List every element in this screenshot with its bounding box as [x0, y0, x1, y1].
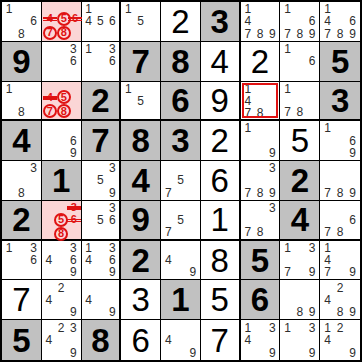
circled-candidate-5: 5 — [57, 90, 71, 104]
pencil-mark-6: 6 — [30, 254, 37, 266]
cell-r4c7[interactable]: 19 — [241, 121, 281, 161]
mark-slot: 3 — [306, 321, 318, 334]
cell-r6c9[interactable]: 678 — [320, 201, 360, 241]
pencil-mark-8: 8 — [257, 107, 264, 119]
cell-r9c2[interactable]: 2349 — [42, 320, 82, 360]
pencil-marks: 14789 — [242, 3, 279, 40]
pencil-mark-4: 4 — [46, 294, 53, 306]
pencil-mark-1: 1 — [244, 322, 251, 334]
pencil-marks: 15 — [122, 83, 159, 119]
pencil-mark-8: 8 — [296, 106, 303, 118]
cell-r7c9[interactable]: 1479 — [320, 241, 360, 281]
pencil-mark-4: 4 — [324, 334, 331, 346]
mark-slot: 3 — [106, 162, 118, 174]
mark-slot: 9 — [67, 147, 79, 159]
pencil-mark-1: 1 — [85, 3, 92, 15]
cell-r8c6[interactable]: 5 — [201, 280, 241, 320]
pencil-mark-7: 7 — [324, 266, 331, 278]
struck-candidate-6: 6 — [70, 214, 78, 225]
cell-r3c8[interactable]: 178 — [280, 82, 320, 122]
mark-slot: 9 — [266, 147, 278, 159]
cell-r2c1[interactable]: 9 — [2, 42, 42, 82]
pencil-mark-1: 1 — [284, 43, 291, 55]
cell-r4c6[interactable]: 2 — [201, 121, 241, 161]
mark-slot: 9 — [106, 187, 118, 199]
pencil-mark-7: 7 — [244, 187, 251, 199]
mark-slot: 2 — [334, 281, 347, 293]
mark-slot: 1 — [83, 43, 95, 55]
mark-slot: 9 — [346, 346, 359, 359]
given-digit: 2 — [91, 84, 109, 117]
mark-slot: 9 — [346, 187, 359, 199]
cell-r7c7[interactable]: 5 — [241, 241, 281, 281]
pencil-mark-2: 2 — [58, 282, 65, 294]
pencil-mark-8: 8 — [337, 306, 344, 318]
mark-slot: 8 — [294, 28, 306, 40]
cell-r4c8[interactable]: 5 — [280, 121, 320, 161]
pencil-mark-1: 1 — [85, 43, 92, 55]
pencil-marks: 3658 — [43, 202, 80, 238]
cell-r7c4[interactable]: 2 — [121, 241, 161, 281]
cell-r9c6[interactable]: 7 — [201, 320, 241, 360]
mark-slot: 5 — [174, 214, 186, 226]
pencil-mark-8: 8 — [18, 106, 25, 118]
given-digit: 4 — [12, 124, 30, 157]
pencil-marks: 249 — [43, 281, 80, 318]
pencil-marks: 136 — [3, 242, 40, 279]
pencil-marks: 1249 — [321, 321, 359, 359]
pencil-mark-6: 6 — [70, 55, 77, 67]
pencil-marks: 378 — [242, 202, 279, 238]
cell-r9c8[interactable]: 139 — [280, 320, 320, 360]
pencil-mark-8: 8 — [257, 187, 264, 199]
pencil-mark-7: 7 — [284, 106, 291, 118]
mark-slot: 4 — [321, 334, 334, 347]
pencil-mark-4: 4 — [46, 254, 53, 266]
mark-slot: 1 — [242, 321, 254, 334]
pencil-mark-9: 9 — [70, 306, 77, 318]
cell-r2c9[interactable]: 5 — [320, 42, 360, 82]
pencil-marks: 4578 — [43, 83, 80, 119]
cell-r9c4[interactable]: 6 — [121, 320, 161, 360]
cell-r5c1[interactable]: 38 — [2, 161, 42, 201]
cell-r9c7[interactable]: 1349 — [241, 320, 281, 360]
solved-digit: 2 — [171, 5, 189, 38]
given-digit: 2 — [132, 244, 150, 277]
mark-slot: 7 — [242, 28, 254, 40]
cell-r4c2[interactable]: 69 — [42, 121, 82, 161]
pencil-mark-7: 7 — [165, 187, 172, 199]
cell-r5c5[interactable]: 57 — [161, 161, 201, 201]
cell-r1c9[interactable]: 146789 — [320, 2, 360, 42]
pencil-mark-6: 6 — [349, 135, 356, 147]
mark-slot: 5 — [135, 95, 147, 107]
mark-slot: 1 — [281, 242, 293, 254]
circled-candidate-8: 8 — [57, 26, 71, 40]
given-digit: 6 — [251, 283, 269, 316]
pencil-mark-8: 8 — [337, 226, 344, 238]
cell-r3c7[interactable]: 1478 — [241, 82, 281, 122]
mark-slot: 3 — [67, 321, 79, 334]
cell-r4c5[interactable]: 3 — [161, 121, 201, 161]
mark-slot: 4 — [83, 15, 95, 27]
given-digit: 3 — [331, 84, 349, 117]
cell-r8c8[interactable]: 89 — [280, 280, 320, 320]
cell-r7c2[interactable]: 3469 — [42, 241, 82, 281]
pencil-mark-1: 1 — [284, 83, 291, 95]
pencil-marks: 1478 — [242, 83, 279, 119]
cell-r5c3[interactable]: 359 — [82, 161, 122, 201]
mark-slot: 7 — [43, 104, 57, 118]
pencil-mark-3: 3 — [269, 162, 276, 174]
pencil-mark-4: 4 — [85, 254, 92, 266]
cell-r3c1[interactable]: 18 — [2, 82, 42, 122]
given-digit: 7 — [132, 45, 150, 78]
solved-digit: 4 — [211, 45, 229, 78]
mark-slot: 6 — [68, 213, 79, 227]
mark-slot: 9 — [187, 346, 199, 359]
struck-candidate-4: 4 — [46, 13, 54, 24]
pencil-marks: 49 — [83, 281, 119, 318]
circled-candidate-8: 8 — [54, 227, 68, 241]
mark-slot: 6 — [306, 55, 318, 67]
solved-digit: 1 — [211, 203, 229, 236]
pencil-mark-4: 4 — [165, 254, 172, 266]
cell-r2c5[interactable]: 8 — [161, 42, 201, 82]
pencil-mark-9: 9 — [269, 147, 276, 159]
mark-slot: 7 — [162, 226, 174, 238]
pencil-mark-4: 4 — [324, 15, 331, 27]
pencil-mark-4: 4 — [244, 334, 251, 346]
solved-digit: 5 — [211, 283, 229, 316]
pencil-mark-4: 4 — [85, 15, 92, 27]
mark-slot: 6 — [106, 55, 118, 67]
pencil-mark-8: 8 — [337, 187, 344, 199]
cell-r1c1[interactable]: 168 — [2, 2, 42, 42]
pencil-marks: 18 — [3, 83, 40, 119]
mark-slot: 7 — [43, 26, 57, 40]
pencil-mark-1: 1 — [284, 3, 291, 15]
cell-r9c3[interactable]: 8 — [82, 320, 122, 360]
cell-r9c9[interactable]: 1249 — [320, 320, 360, 360]
mark-slot: 7 — [321, 187, 334, 199]
pencil-mark-3: 3 — [309, 242, 316, 254]
cell-r3c9[interactable]: 3 — [320, 82, 360, 122]
given-digit: 8 — [91, 324, 109, 357]
pencil-mark-5: 5 — [177, 174, 184, 186]
struck-candidate-4: 4 — [46, 92, 54, 103]
pencil-mark-7: 7 — [244, 107, 251, 119]
pencil-mark-6: 6 — [109, 55, 116, 67]
pencil-mark-1: 1 — [284, 322, 291, 334]
mark-slot: 7 — [281, 28, 293, 40]
pencil-mark-2: 2 — [337, 282, 344, 294]
cell-r4c9[interactable]: 169 — [320, 121, 360, 161]
mark-slot: 8 — [334, 28, 347, 40]
mark-slot: 7 — [281, 266, 293, 278]
cell-r1c2[interactable]: 46578 — [42, 2, 82, 42]
pencil-mark-9: 9 — [349, 28, 356, 40]
cell-r7c5[interactable]: 49 — [161, 241, 201, 281]
cell-r8c9[interactable]: 2489 — [320, 280, 360, 320]
mark-slot: 6 — [346, 214, 359, 226]
cell-r2c6[interactable]: 4 — [201, 42, 241, 82]
cell-r3c3[interactable]: 2 — [82, 82, 122, 122]
mark-slot: 9 — [187, 266, 199, 278]
pencil-mark-3: 3 — [269, 322, 276, 334]
pencil-mark-1: 1 — [6, 83, 13, 95]
cell-r1c4[interactable]: 15 — [121, 2, 161, 42]
cell-r6c3[interactable]: 356 — [82, 201, 122, 241]
pencil-mark-5: 5 — [97, 15, 104, 27]
pencil-marks: 49 — [162, 321, 199, 359]
given-digit: 5 — [331, 45, 349, 78]
pencil-marks: 678 — [321, 202, 359, 238]
cell-r8c2[interactable]: 249 — [42, 280, 82, 320]
cell-r2c3[interactable]: 136 — [82, 42, 122, 82]
mark-slot: 4 — [162, 334, 174, 347]
cell-r1c3[interactable]: 1456 — [82, 2, 122, 42]
pencil-marks: 1479 — [321, 242, 359, 279]
mark-slot: 4 — [83, 254, 95, 266]
mark-slot: 9 — [346, 266, 359, 278]
pencil-mark-4: 4 — [244, 15, 251, 27]
mark-slot: 1 — [242, 83, 254, 95]
cell-r3c6[interactable]: 9 — [201, 82, 241, 122]
pencil-mark-8: 8 — [296, 306, 303, 318]
mark-slot: 1 — [321, 321, 334, 334]
pencil-marks: 19 — [242, 122, 279, 159]
pencil-mark-3: 3 — [30, 242, 37, 254]
given-digit: 3 — [171, 124, 189, 157]
pencil-mark-3: 3 — [269, 202, 276, 214]
cell-r7c3[interactable]: 13469 — [82, 241, 122, 281]
pencil-mark-3: 3 — [109, 242, 116, 254]
given-digit: 5 — [12, 324, 30, 357]
mark-slot: 9 — [306, 306, 318, 318]
pencil-marks: 3469 — [43, 242, 80, 279]
cell-r6c4[interactable]: 9 — [121, 201, 161, 241]
cell-r5c8[interactable]: 2 — [280, 161, 320, 201]
cell-r1c5[interactable]: 2 — [161, 2, 201, 42]
cell-r9c1[interactable]: 5 — [2, 320, 42, 360]
pencil-mark-6: 6 — [30, 15, 37, 27]
pencil-mark-4: 4 — [165, 334, 172, 346]
solved-digit: 7 — [211, 324, 229, 357]
cell-r3c2[interactable]: 4578 — [42, 82, 82, 122]
mark-slot: 7 — [242, 226, 254, 238]
cell-r4c3[interactable]: 7 — [82, 121, 122, 161]
cell-r1c6[interactable]: 3 — [201, 2, 241, 42]
pencil-mark-9: 9 — [269, 187, 276, 199]
cell-r6c8[interactable]: 4 — [280, 201, 320, 241]
pencil-mark-2: 2 — [58, 322, 65, 334]
pencil-mark-8: 8 — [18, 28, 25, 40]
given-digit: 4 — [132, 164, 150, 197]
pencil-mark-9: 9 — [349, 266, 356, 278]
cell-r5c4[interactable]: 4 — [121, 161, 161, 201]
pencil-mark-6: 6 — [309, 15, 316, 27]
cell-r5c9[interactable]: 789 — [320, 161, 360, 201]
mark-slot: 1 — [281, 321, 293, 334]
cell-r4c1[interactable]: 4 — [2, 121, 42, 161]
cell-r4c4[interactable]: 8 — [121, 121, 161, 161]
pencil-mark-4: 4 — [244, 95, 251, 107]
given-digit: 4 — [291, 203, 309, 236]
cell-r2c7[interactable]: 2 — [241, 42, 281, 82]
mark-slot: 7 — [321, 28, 334, 40]
mark-slot: 9 — [266, 28, 278, 40]
mark-slot: 9 — [306, 266, 318, 278]
pencil-mark-6: 6 — [349, 214, 356, 226]
cell-r6c6[interactable]: 1 — [201, 201, 241, 241]
mark-slot: 6 — [71, 12, 80, 26]
mark-slot: 2 — [334, 321, 347, 334]
cell-r7c8[interactable]: 1379 — [280, 241, 320, 281]
pencil-mark-9: 9 — [269, 28, 276, 40]
mark-slot: 9 — [306, 346, 318, 359]
cell-r8c7[interactable]: 6 — [241, 280, 281, 320]
pencil-mark-9: 9 — [349, 306, 356, 318]
pencil-mark-1: 1 — [6, 242, 13, 254]
pencil-mark-1: 1 — [125, 3, 132, 15]
mark-slot: 7 — [162, 187, 174, 199]
cell-r8c4[interactable]: 3 — [121, 280, 161, 320]
sudoku-board: 1684657814561523147891678914678993613678… — [0, 0, 362, 362]
pencil-marks: 16 — [281, 43, 318, 80]
solved-digit: 2 — [251, 45, 269, 78]
solved-digit: 6 — [211, 164, 229, 197]
cell-r6c5[interactable]: 57 — [161, 201, 201, 241]
cell-r7c1[interactable]: 136 — [2, 241, 42, 281]
given-digit: 6 — [171, 84, 189, 117]
solved-digit: 9 — [211, 84, 229, 117]
cell-r8c5[interactable]: 1 — [161, 280, 201, 320]
mark-slot: 9 — [106, 266, 118, 278]
pencil-marks: 139 — [281, 321, 318, 359]
pencil-marks: 789 — [321, 162, 359, 199]
mark-slot: 9 — [106, 306, 118, 318]
mark-slot: 1 — [281, 43, 293, 55]
mark-slot: 6 — [67, 55, 79, 67]
pencil-mark-3: 3 — [70, 242, 77, 254]
cell-r3c4[interactable]: 15 — [121, 82, 161, 122]
pencil-marks: 168 — [3, 3, 40, 40]
pencil-marks: 16789 — [281, 3, 318, 40]
pencil-mark-9: 9 — [309, 28, 316, 40]
pencil-mark-1: 1 — [284, 242, 291, 254]
cell-r3c5[interactable]: 6 — [161, 82, 201, 122]
pencil-mark-4: 4 — [324, 254, 331, 266]
mark-slot: 4 — [321, 15, 334, 27]
given-digit: 8 — [132, 124, 150, 157]
cell-r2c8[interactable]: 16 — [280, 42, 320, 82]
mark-slot: 4 — [43, 254, 55, 266]
pencil-mark-7: 7 — [284, 28, 291, 40]
mark-slot: 2 — [55, 281, 67, 293]
cell-r2c4[interactable]: 7 — [121, 42, 161, 82]
mark-slot: 6 — [67, 135, 79, 147]
solved-digit: 5 — [291, 124, 309, 157]
mark-slot: 8 — [54, 227, 68, 241]
pencil-mark-8: 8 — [257, 28, 264, 40]
pencil-mark-9: 9 — [70, 347, 77, 359]
pencil-mark-9: 9 — [309, 306, 316, 318]
mark-slot: 8 — [334, 187, 347, 199]
mark-slot: 4 — [242, 15, 254, 27]
cell-r6c2[interactable]: 3658 — [42, 201, 82, 241]
pencil-mark-3: 3 — [70, 43, 77, 55]
cell-r1c8[interactable]: 16789 — [280, 2, 320, 42]
cell-r8c1[interactable]: 7 — [2, 280, 42, 320]
pencil-mark-9: 9 — [189, 266, 196, 278]
pencil-marks: 169 — [321, 122, 359, 159]
pencil-mark-8: 8 — [257, 226, 264, 238]
pencil-mark-1: 1 — [324, 122, 331, 134]
cell-r6c1[interactable]: 2 — [2, 201, 42, 241]
pencil-marks: 2489 — [321, 281, 359, 318]
cell-r6c7[interactable]: 378 — [241, 201, 281, 241]
pencil-marks: 49 — [162, 242, 199, 279]
mark-slot: 8 — [254, 187, 266, 199]
pencil-mark-7: 7 — [324, 187, 331, 199]
mark-slot: 6 — [106, 15, 118, 27]
mark-slot: 3 — [306, 242, 318, 254]
cell-r2c2[interactable]: 36 — [42, 42, 82, 82]
mark-slot: 1 — [122, 83, 134, 95]
given-digit: 9 — [12, 45, 30, 78]
solved-digit: 6 — [132, 324, 150, 357]
mark-slot: 8 — [57, 104, 71, 118]
pencil-mark-1: 1 — [324, 3, 331, 15]
pencil-mark-7: 7 — [244, 226, 251, 238]
cell-r5c6[interactable]: 6 — [201, 161, 241, 201]
mark-slot: 6 — [106, 214, 118, 226]
pencil-marks: 178 — [281, 83, 318, 119]
mark-slot: 2 — [55, 321, 67, 334]
given-digit: 2 — [291, 164, 309, 197]
pencil-mark-4: 4 — [324, 294, 331, 306]
pencil-mark-9: 9 — [309, 347, 316, 359]
mark-slot: 1 — [122, 3, 134, 15]
cell-r9c5[interactable]: 49 — [161, 320, 201, 360]
mark-slot: 8 — [294, 106, 306, 118]
cell-r5c2[interactable]: 1 — [42, 161, 82, 201]
pencil-marks: 15 — [122, 3, 159, 40]
pencil-mark-7: 7 — [284, 266, 291, 278]
cell-r8c3[interactable]: 49 — [82, 280, 122, 320]
solved-digit: 3 — [132, 283, 150, 316]
cell-r5c7[interactable]: 3789 — [241, 161, 281, 201]
pencil-mark-8: 8 — [296, 28, 303, 40]
mark-slot: 1 — [3, 3, 15, 15]
pencil-mark-4: 4 — [46, 334, 53, 346]
mark-slot: 9 — [67, 306, 79, 318]
mark-slot: 8 — [334, 306, 347, 318]
cell-r7c6[interactable]: 8 — [201, 241, 241, 281]
mark-slot: 7 — [242, 107, 254, 119]
given-digit: 7 — [91, 124, 109, 157]
pencil-marks: 359 — [83, 162, 119, 199]
pencil-marks: 356 — [83, 202, 119, 238]
mark-slot: 6 — [346, 135, 359, 147]
pencil-mark-3: 3 — [70, 322, 77, 334]
mark-slot: 5 — [94, 174, 106, 186]
pencil-mark-6: 6 — [109, 254, 116, 266]
mark-slot: 5 — [94, 214, 106, 226]
cell-r1c7[interactable]: 14789 — [241, 2, 281, 42]
mark-slot: 9 — [266, 346, 278, 359]
